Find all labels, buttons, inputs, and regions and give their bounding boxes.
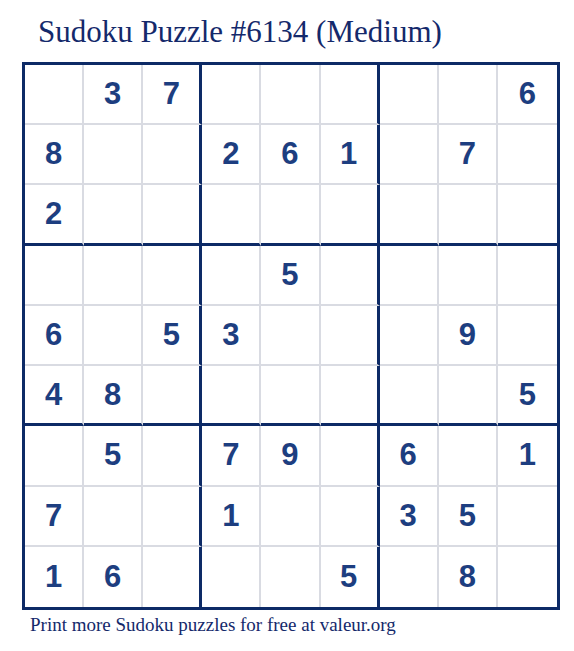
cell-r6c7[interactable] (380, 366, 439, 426)
cell-r5c9[interactable] (498, 306, 557, 366)
cell-r2c9[interactable] (498, 125, 557, 185)
cell-r7c1[interactable] (25, 426, 84, 486)
cell-r1c5[interactable] (261, 65, 320, 125)
cell-r8c1[interactable]: 7 (25, 487, 84, 547)
cell-r3c1[interactable]: 2 (25, 185, 84, 245)
cell-r2c5[interactable]: 6 (261, 125, 320, 185)
cell-r6c6[interactable] (321, 366, 380, 426)
cell-r9c4[interactable] (202, 547, 261, 607)
cell-r7c6[interactable] (321, 426, 380, 486)
cell-r1c2[interactable]: 3 (84, 65, 143, 125)
cell-r4c2[interactable] (84, 246, 143, 306)
cell-r8c9[interactable] (498, 487, 557, 547)
cell-r9c2[interactable]: 6 (84, 547, 143, 607)
cell-r6c8[interactable] (439, 366, 498, 426)
cell-r3c4[interactable] (202, 185, 261, 245)
cell-r1c1[interactable] (25, 65, 84, 125)
cell-r9c7[interactable] (380, 547, 439, 607)
cell-r5c1[interactable]: 6 (25, 306, 84, 366)
cell-r4c8[interactable] (439, 246, 498, 306)
cell-r9c6[interactable]: 5 (321, 547, 380, 607)
cell-r5c3[interactable]: 5 (143, 306, 202, 366)
cell-r8c7[interactable]: 3 (380, 487, 439, 547)
cell-r2c4[interactable]: 2 (202, 125, 261, 185)
cell-r4c3[interactable] (143, 246, 202, 306)
cell-r7c7[interactable]: 6 (380, 426, 439, 486)
cell-r6c9[interactable]: 5 (498, 366, 557, 426)
cell-r5c8[interactable]: 9 (439, 306, 498, 366)
footer-credit: Print more Sudoku puzzles for free at va… (30, 614, 396, 636)
cell-r7c3[interactable] (143, 426, 202, 486)
cell-r6c4[interactable] (202, 366, 261, 426)
cell-r8c4[interactable]: 1 (202, 487, 261, 547)
cell-r3c3[interactable] (143, 185, 202, 245)
sudoku-page: { "game": { "name": "sudoku", "grid_size… (0, 0, 574, 651)
cell-r2c2[interactable] (84, 125, 143, 185)
cell-r4c4[interactable] (202, 246, 261, 306)
cell-r9c8[interactable]: 8 (439, 547, 498, 607)
cell-r8c5[interactable] (261, 487, 320, 547)
cell-r7c8[interactable] (439, 426, 498, 486)
cell-r5c2[interactable] (84, 306, 143, 366)
cell-r1c4[interactable] (202, 65, 261, 125)
cell-r6c2[interactable]: 8 (84, 366, 143, 426)
cell-r2c6[interactable]: 1 (321, 125, 380, 185)
cell-r5c6[interactable] (321, 306, 380, 366)
cell-r9c5[interactable] (261, 547, 320, 607)
cell-r1c6[interactable] (321, 65, 380, 125)
cell-r5c4[interactable]: 3 (202, 306, 261, 366)
cell-r1c7[interactable] (380, 65, 439, 125)
sudoku-board: 376826172565394855796171351658 (22, 62, 560, 610)
cell-r7c9[interactable]: 1 (498, 426, 557, 486)
cell-r1c8[interactable] (439, 65, 498, 125)
cell-r1c3[interactable]: 7 (143, 65, 202, 125)
cell-r6c3[interactable] (143, 366, 202, 426)
cell-r8c2[interactable] (84, 487, 143, 547)
cell-r2c3[interactable] (143, 125, 202, 185)
cell-r9c9[interactable] (498, 547, 557, 607)
cell-r2c7[interactable] (380, 125, 439, 185)
cell-r9c3[interactable] (143, 547, 202, 607)
cell-r4c5[interactable]: 5 (261, 246, 320, 306)
cell-r3c5[interactable] (261, 185, 320, 245)
cell-r4c1[interactable] (25, 246, 84, 306)
cell-r6c5[interactable] (261, 366, 320, 426)
page-title: Sudoku Puzzle #6134 (Medium) (38, 14, 442, 50)
cell-r4c7[interactable] (380, 246, 439, 306)
cell-r3c2[interactable] (84, 185, 143, 245)
cell-r8c6[interactable] (321, 487, 380, 547)
cell-r3c8[interactable] (439, 185, 498, 245)
cell-r6c1[interactable]: 4 (25, 366, 84, 426)
cell-r3c6[interactable] (321, 185, 380, 245)
cell-r1c9[interactable]: 6 (498, 65, 557, 125)
cell-r8c3[interactable] (143, 487, 202, 547)
cell-r3c7[interactable] (380, 185, 439, 245)
cell-r7c2[interactable]: 5 (84, 426, 143, 486)
cell-r2c1[interactable]: 8 (25, 125, 84, 185)
cell-r2c8[interactable]: 7 (439, 125, 498, 185)
cell-r9c1[interactable]: 1 (25, 547, 84, 607)
cell-r5c7[interactable] (380, 306, 439, 366)
cell-r4c6[interactable] (321, 246, 380, 306)
cell-r3c9[interactable] (498, 185, 557, 245)
cell-r4c9[interactable] (498, 246, 557, 306)
cell-r8c8[interactable]: 5 (439, 487, 498, 547)
cell-r7c4[interactable]: 7 (202, 426, 261, 486)
cell-r5c5[interactable] (261, 306, 320, 366)
cell-r7c5[interactable]: 9 (261, 426, 320, 486)
